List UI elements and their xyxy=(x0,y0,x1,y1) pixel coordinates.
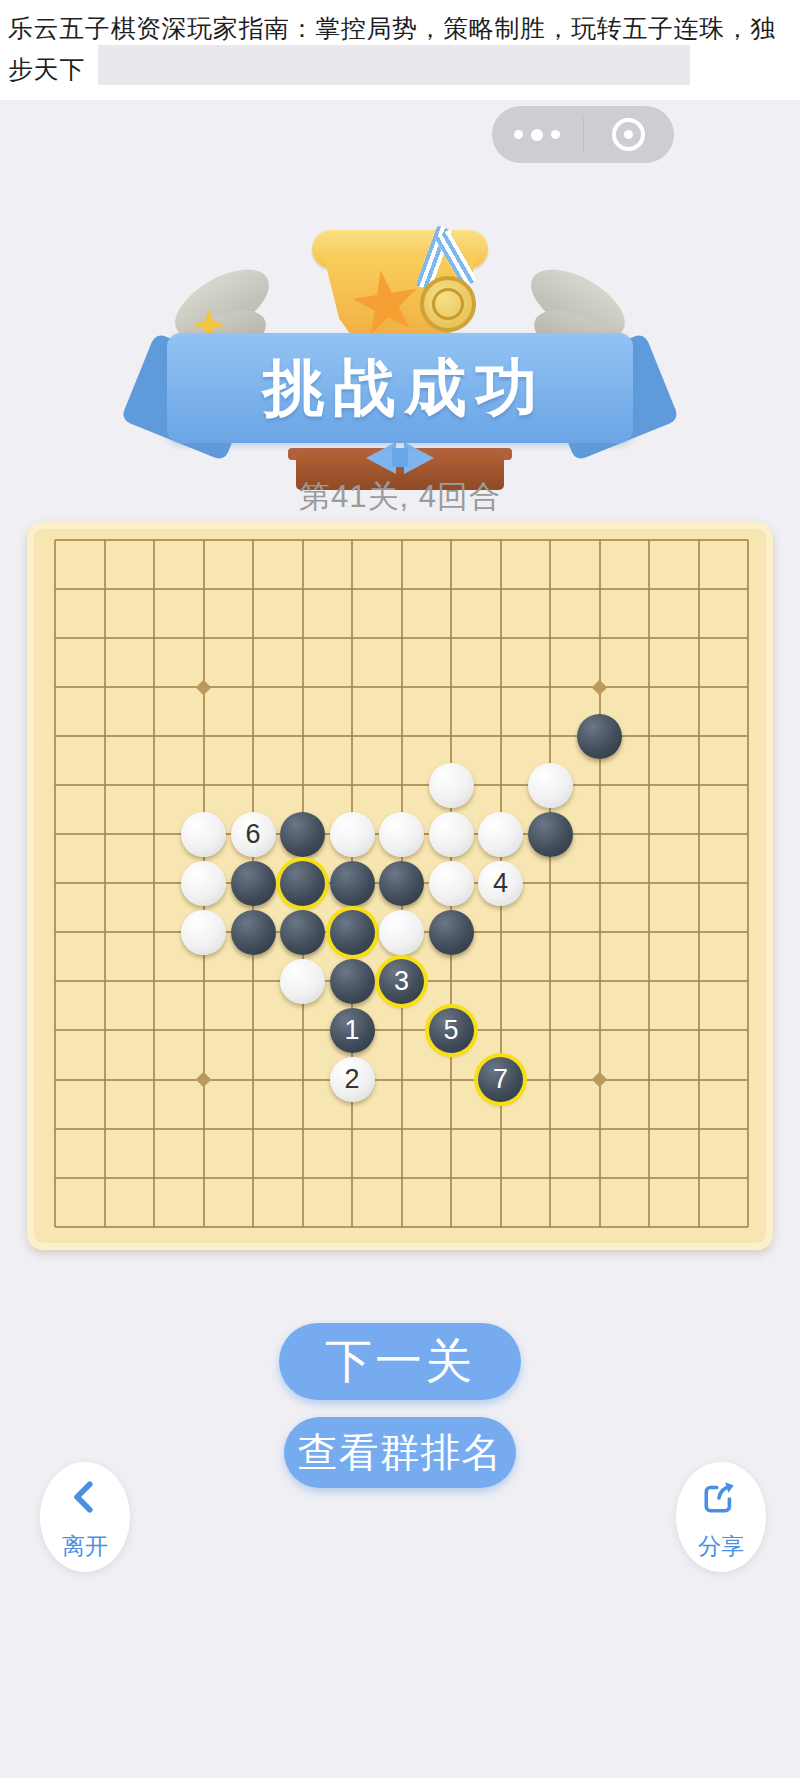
board-point-8-6[interactable] xyxy=(426,810,476,859)
board-point-12-1[interactable] xyxy=(624,565,674,614)
white-stone-move-2: 2 xyxy=(330,1057,375,1102)
board-point-3-3[interactable] xyxy=(179,663,229,712)
board-point-2-4[interactable] xyxy=(129,712,179,761)
black-stone xyxy=(528,812,573,857)
board-point-0-12[interactable] xyxy=(30,1104,80,1153)
board-point-6-8[interactable] xyxy=(327,908,377,957)
board-point-9-4[interactable] xyxy=(476,712,526,761)
star-point xyxy=(592,1072,608,1088)
board-point-14-3[interactable] xyxy=(723,663,773,712)
board-point-7-4[interactable] xyxy=(377,712,427,761)
black-stone xyxy=(330,861,375,906)
board-point-11-2[interactable] xyxy=(575,614,625,663)
board-point-1-5[interactable] xyxy=(80,761,130,810)
board-point-7-1[interactable] xyxy=(377,565,427,614)
star-point xyxy=(196,679,212,695)
board-point-5-13[interactable] xyxy=(278,1153,328,1202)
board-point-7-8[interactable] xyxy=(377,908,427,957)
board-point-0-8[interactable] xyxy=(30,908,80,957)
board-point-4-2[interactable] xyxy=(228,614,278,663)
board-point-1-11[interactable] xyxy=(80,1055,130,1104)
board-point-8-14[interactable] xyxy=(426,1202,476,1251)
board-point-8-0[interactable] xyxy=(426,516,476,565)
board-point-6-4[interactable] xyxy=(327,712,377,761)
board-point-14-7[interactable] xyxy=(723,859,773,908)
board-point-7-12[interactable] xyxy=(377,1104,427,1153)
board-point-6-5[interactable] xyxy=(327,761,377,810)
board-point-3-5[interactable] xyxy=(179,761,229,810)
board-point-14-6[interactable] xyxy=(723,810,773,859)
board-point-5-5[interactable] xyxy=(278,761,328,810)
gomoku-board[interactable]: 6431527 xyxy=(27,522,773,1250)
board-point-13-10[interactable] xyxy=(674,1006,724,1055)
board-point-0-11[interactable] xyxy=(30,1055,80,1104)
board-point-11-11[interactable] xyxy=(575,1055,625,1104)
board-point-3-4[interactable] xyxy=(179,712,229,761)
board-point-8-3[interactable] xyxy=(426,663,476,712)
board-point-13-3[interactable] xyxy=(674,663,724,712)
board-point-13-11[interactable] xyxy=(674,1055,724,1104)
board-point-12-4[interactable] xyxy=(624,712,674,761)
board-point-12-10[interactable] xyxy=(624,1006,674,1055)
board-point-2-2[interactable] xyxy=(129,614,179,663)
board-point-12-7[interactable] xyxy=(624,859,674,908)
board-point-0-1[interactable] xyxy=(30,565,80,614)
board-point-5-9[interactable] xyxy=(278,957,328,1006)
board-point-11-4[interactable] xyxy=(575,712,625,761)
board-point-8-12[interactable] xyxy=(426,1104,476,1153)
board-point-6-9[interactable] xyxy=(327,957,377,1006)
board-point-11-6[interactable] xyxy=(575,810,625,859)
board-point-14-4[interactable] xyxy=(723,712,773,761)
black-stone-move-1: 1 xyxy=(330,1008,375,1053)
page: 乐云五子棋资深玩家指南：掌控局势，策略制胜，玩转五子连珠，独步天下 xyxy=(0,0,800,1778)
white-stone xyxy=(181,861,226,906)
board-point-0-10[interactable] xyxy=(30,1006,80,1055)
board-point-14-9[interactable] xyxy=(723,957,773,1006)
board-point-2-8[interactable] xyxy=(129,908,179,957)
board-point-2-9[interactable] xyxy=(129,957,179,1006)
board-point-1-1[interactable] xyxy=(80,565,130,614)
board-point-4-12[interactable] xyxy=(228,1104,278,1153)
board-point-10-8[interactable] xyxy=(525,908,575,957)
board-point-13-1[interactable] xyxy=(674,565,724,614)
board-point-2-7[interactable] xyxy=(129,859,179,908)
board-point-8-5[interactable] xyxy=(426,761,476,810)
board-point-14-2[interactable] xyxy=(723,614,773,663)
board-point-5-0[interactable] xyxy=(278,516,328,565)
board-point-13-14[interactable] xyxy=(674,1202,724,1251)
board-point-4-10[interactable] xyxy=(228,1006,278,1055)
board-point-13-9[interactable] xyxy=(674,957,724,1006)
black-stone xyxy=(231,861,276,906)
board-point-6-0[interactable] xyxy=(327,516,377,565)
white-stone-move-4: 4 xyxy=(478,861,523,906)
board-point-9-3[interactable] xyxy=(476,663,526,712)
dot-icon xyxy=(531,129,543,141)
board-point-9-1[interactable] xyxy=(476,565,526,614)
board-point-4-11[interactable] xyxy=(228,1055,278,1104)
board-point-9-8[interactable] xyxy=(476,908,526,957)
board-point-11-13[interactable] xyxy=(575,1153,625,1202)
board-point-10-9[interactable] xyxy=(525,957,575,1006)
board-point-2-5[interactable] xyxy=(129,761,179,810)
board-point-5-2[interactable] xyxy=(278,614,328,663)
board-point-12-3[interactable] xyxy=(624,663,674,712)
black-stone xyxy=(429,910,474,955)
board-point-3-10[interactable] xyxy=(179,1006,229,1055)
leave-button[interactable]: 离开 xyxy=(40,1462,130,1572)
board-point-0-2[interactable] xyxy=(30,614,80,663)
board-point-9-0[interactable] xyxy=(476,516,526,565)
black-stone xyxy=(280,812,325,857)
white-stone xyxy=(429,763,474,808)
board-point-2-0[interactable] xyxy=(129,516,179,565)
black-stone xyxy=(231,910,276,955)
board-point-14-5[interactable] xyxy=(723,761,773,810)
board-point-9-12[interactable] xyxy=(476,1104,526,1153)
white-stone xyxy=(379,812,424,857)
board-point-10-14[interactable] xyxy=(525,1202,575,1251)
black-stone xyxy=(330,959,375,1004)
board-point-7-10[interactable] xyxy=(377,1006,427,1055)
medal-icon xyxy=(420,276,476,332)
chevron-left-icon xyxy=(66,1478,104,1516)
level-info: 第41关, 4回合 xyxy=(0,476,800,518)
board-point-7-2[interactable] xyxy=(377,614,427,663)
board-point-2-12[interactable] xyxy=(129,1104,179,1153)
board-point-11-0[interactable] xyxy=(575,516,625,565)
dot-icon xyxy=(514,130,523,139)
board-point-9-7[interactable]: 4 xyxy=(476,859,526,908)
board-point-6-6[interactable] xyxy=(327,810,377,859)
board-point-5-12[interactable] xyxy=(278,1104,328,1153)
board-point-6-2[interactable] xyxy=(327,614,377,663)
board-point-3-2[interactable] xyxy=(179,614,229,663)
board-point-13-13[interactable] xyxy=(674,1153,724,1202)
board-point-1-13[interactable] xyxy=(80,1153,130,1202)
board-point-5-8[interactable] xyxy=(278,908,328,957)
board-point-6-14[interactable] xyxy=(327,1202,377,1251)
board-point-5-14[interactable] xyxy=(278,1202,328,1251)
board-point-3-8[interactable] xyxy=(179,908,229,957)
board-point-12-0[interactable] xyxy=(624,516,674,565)
board-point-9-10[interactable] xyxy=(476,1006,526,1055)
board-point-1-12[interactable] xyxy=(80,1104,130,1153)
board-point-1-10[interactable] xyxy=(80,1006,130,1055)
board-point-12-9[interactable] xyxy=(624,957,674,1006)
board-point-4-7[interactable] xyxy=(228,859,278,908)
board-point-4-6[interactable]: 6 xyxy=(228,810,278,859)
board-point-8-11[interactable] xyxy=(426,1055,476,1104)
board-point-14-13[interactable] xyxy=(723,1153,773,1202)
board-point-13-8[interactable] xyxy=(674,908,724,957)
board-point-10-2[interactable] xyxy=(525,614,575,663)
board-point-3-1[interactable] xyxy=(179,565,229,614)
star-point xyxy=(592,679,608,695)
share-label: 分享 xyxy=(676,1531,766,1562)
board-point-5-11[interactable] xyxy=(278,1055,328,1104)
board-point-10-4[interactable] xyxy=(525,712,575,761)
board-point-11-14[interactable] xyxy=(575,1202,625,1251)
board-point-12-6[interactable] xyxy=(624,810,674,859)
board-point-12-14[interactable] xyxy=(624,1202,674,1251)
board-point-6-7[interactable] xyxy=(327,859,377,908)
circle-dot-icon xyxy=(612,118,645,151)
board-point-8-8[interactable] xyxy=(426,908,476,957)
board-point-12-5[interactable] xyxy=(624,761,674,810)
board-point-10-5[interactable] xyxy=(525,761,575,810)
white-stone xyxy=(181,910,226,955)
board-point-1-3[interactable] xyxy=(80,663,130,712)
board-point-0-6[interactable] xyxy=(30,810,80,859)
board-point-1-4[interactable] xyxy=(80,712,130,761)
black-stone xyxy=(577,714,622,759)
board-point-0-14[interactable] xyxy=(30,1202,80,1251)
white-stone xyxy=(429,861,474,906)
board-point-12-8[interactable] xyxy=(624,908,674,957)
board-point-8-10[interactable]: 5 xyxy=(426,1006,476,1055)
white-stone xyxy=(379,910,424,955)
close-minimize-icon[interactable] xyxy=(584,106,675,163)
board-point-3-0[interactable] xyxy=(179,516,229,565)
board-point-4-14[interactable] xyxy=(228,1202,278,1251)
board-point-3-13[interactable] xyxy=(179,1153,229,1202)
board-point-8-7[interactable] xyxy=(426,859,476,908)
board-point-10-0[interactable] xyxy=(525,516,575,565)
board-point-2-3[interactable] xyxy=(129,663,179,712)
board-point-9-11[interactable]: 7 xyxy=(476,1055,526,1104)
next-level-button[interactable]: 下一关 xyxy=(279,1323,521,1400)
board-point-1-9[interactable] xyxy=(80,957,130,1006)
board-point-6-10[interactable]: 1 xyxy=(327,1006,377,1055)
board-point-2-10[interactable] xyxy=(129,1006,179,1055)
board-point-6-11[interactable]: 2 xyxy=(327,1055,377,1104)
board-point-13-5[interactable] xyxy=(674,761,724,810)
board-point-7-7[interactable] xyxy=(377,859,427,908)
white-stone xyxy=(478,812,523,857)
board-point-9-5[interactable] xyxy=(476,761,526,810)
board-point-14-12[interactable] xyxy=(723,1104,773,1153)
board-point-2-1[interactable] xyxy=(129,565,179,614)
board-point-6-3[interactable] xyxy=(327,663,377,712)
more-options-icon[interactable] xyxy=(492,106,583,163)
board-point-0-3[interactable] xyxy=(30,663,80,712)
black-stone-move-5: 5 xyxy=(429,1008,474,1053)
white-stone xyxy=(429,812,474,857)
black-stone-move-3: 3 xyxy=(379,959,424,1004)
board-point-7-0[interactable] xyxy=(377,516,427,565)
board-point-9-2[interactable] xyxy=(476,614,526,663)
board-point-13-7[interactable] xyxy=(674,859,724,908)
board-point-1-2[interactable] xyxy=(80,614,130,663)
board-point-12-13[interactable] xyxy=(624,1153,674,1202)
board-point-10-3[interactable] xyxy=(525,663,575,712)
board-point-10-7[interactable] xyxy=(525,859,575,908)
board-point-11-10[interactable] xyxy=(575,1006,625,1055)
dot-icon xyxy=(551,130,560,139)
board-point-0-4[interactable] xyxy=(30,712,80,761)
board-point-8-4[interactable] xyxy=(426,712,476,761)
board-point-5-6[interactable] xyxy=(278,810,328,859)
board-point-4-0[interactable] xyxy=(228,516,278,565)
board-point-3-11[interactable] xyxy=(179,1055,229,1104)
board-point-1-0[interactable] xyxy=(80,516,130,565)
board-point-10-6[interactable] xyxy=(525,810,575,859)
board-point-14-0[interactable] xyxy=(723,516,773,565)
share-icon xyxy=(701,1478,741,1516)
leave-label: 离开 xyxy=(40,1531,130,1562)
board-point-5-1[interactable] xyxy=(278,565,328,614)
board-point-10-11[interactable] xyxy=(525,1055,575,1104)
board-point-5-7[interactable] xyxy=(278,859,328,908)
board-point-4-8[interactable] xyxy=(228,908,278,957)
share-button[interactable]: 分享 xyxy=(676,1462,766,1572)
black-stone xyxy=(280,861,325,906)
board-point-10-13[interactable] xyxy=(525,1153,575,1202)
board-point-5-3[interactable] xyxy=(278,663,328,712)
board-point-4-3[interactable] xyxy=(228,663,278,712)
white-stone-move-6: 6 xyxy=(231,812,276,857)
article-title: 乐云五子棋资深玩家指南：掌控局势，策略制胜，玩转五子连珠，独步天下 xyxy=(8,8,784,90)
board-grid: 6431527 xyxy=(30,516,773,1252)
board-point-11-3[interactable] xyxy=(575,663,625,712)
board-point-12-11[interactable] xyxy=(624,1055,674,1104)
board-point-1-8[interactable] xyxy=(80,908,130,957)
board-point-4-1[interactable] xyxy=(228,565,278,614)
black-stone xyxy=(379,861,424,906)
board-point-0-5[interactable] xyxy=(30,761,80,810)
board-point-1-6[interactable] xyxy=(80,810,130,859)
board-point-7-9[interactable]: 3 xyxy=(377,957,427,1006)
board-point-0-13[interactable] xyxy=(30,1153,80,1202)
board-point-11-12[interactable] xyxy=(575,1104,625,1153)
board-point-8-9[interactable] xyxy=(426,957,476,1006)
board-point-11-7[interactable] xyxy=(575,859,625,908)
board-point-13-2[interactable] xyxy=(674,614,724,663)
board-point-3-6[interactable] xyxy=(179,810,229,859)
black-stone xyxy=(330,910,375,955)
board-point-3-9[interactable] xyxy=(179,957,229,1006)
white-stone xyxy=(181,812,226,857)
board-point-13-12[interactable] xyxy=(674,1104,724,1153)
board-point-9-9[interactable] xyxy=(476,957,526,1006)
board-point-4-5[interactable] xyxy=(228,761,278,810)
board-point-5-4[interactable] xyxy=(278,712,328,761)
white-stone xyxy=(528,763,573,808)
board-point-12-12[interactable] xyxy=(624,1104,674,1153)
board-point-9-14[interactable] xyxy=(476,1202,526,1251)
board-point-14-8[interactable] xyxy=(723,908,773,957)
board-point-5-10[interactable] xyxy=(278,1006,328,1055)
board-point-4-9[interactable] xyxy=(228,957,278,1006)
board-point-3-12[interactable] xyxy=(179,1104,229,1153)
board-point-10-1[interactable] xyxy=(525,565,575,614)
board-point-7-13[interactable] xyxy=(377,1153,427,1202)
board-point-1-7[interactable] xyxy=(80,859,130,908)
board-point-7-6[interactable] xyxy=(377,810,427,859)
board-point-9-13[interactable] xyxy=(476,1153,526,1202)
left-wing-icon xyxy=(170,278,320,398)
board-point-2-14[interactable] xyxy=(129,1202,179,1251)
board-point-2-13[interactable] xyxy=(129,1153,179,1202)
board-point-14-10[interactable] xyxy=(723,1006,773,1055)
board-point-3-14[interactable] xyxy=(179,1202,229,1251)
board-point-6-12[interactable] xyxy=(327,1104,377,1153)
board-point-11-8[interactable] xyxy=(575,908,625,957)
board-point-3-7[interactable] xyxy=(179,859,229,908)
board-point-12-2[interactable] xyxy=(624,614,674,663)
board-point-8-1[interactable] xyxy=(426,565,476,614)
board-point-9-6[interactable] xyxy=(476,810,526,859)
board-point-7-5[interactable] xyxy=(377,761,427,810)
board-point-1-14[interactable] xyxy=(80,1202,130,1251)
board-point-6-1[interactable] xyxy=(327,565,377,614)
trophy-illustration xyxy=(0,200,800,500)
right-wing-icon xyxy=(480,278,630,398)
white-stone xyxy=(330,812,375,857)
board-point-6-13[interactable] xyxy=(327,1153,377,1202)
board-point-0-7[interactable] xyxy=(30,859,80,908)
star-point xyxy=(196,1072,212,1088)
board-point-2-11[interactable] xyxy=(129,1055,179,1104)
board-point-14-1[interactable] xyxy=(723,565,773,614)
board-point-2-6[interactable] xyxy=(129,810,179,859)
board-point-8-2[interactable] xyxy=(426,614,476,663)
board-point-7-11[interactable] xyxy=(377,1055,427,1104)
board-point-13-6[interactable] xyxy=(674,810,724,859)
board-point-11-1[interactable] xyxy=(575,565,625,614)
board-point-14-14[interactable] xyxy=(723,1202,773,1251)
board-point-13-4[interactable] xyxy=(674,712,724,761)
board-point-10-10[interactable] xyxy=(525,1006,575,1055)
board-point-0-0[interactable] xyxy=(30,516,80,565)
board-point-4-13[interactable] xyxy=(228,1153,278,1202)
article-title-area: 乐云五子棋资深玩家指南：掌控局势，策略制胜，玩转五子连珠，独步天下 xyxy=(0,0,800,100)
board-point-0-9[interactable] xyxy=(30,957,80,1006)
board-point-10-12[interactable] xyxy=(525,1104,575,1153)
board-point-11-5[interactable] xyxy=(575,761,625,810)
board-point-7-3[interactable] xyxy=(377,663,427,712)
white-stone xyxy=(280,959,325,1004)
board-point-7-14[interactable] xyxy=(377,1202,427,1251)
group-ranking-button[interactable]: 查看群排名 xyxy=(284,1417,516,1488)
board-point-14-11[interactable] xyxy=(723,1055,773,1104)
board-point-4-4[interactable] xyxy=(228,712,278,761)
black-stone xyxy=(280,910,325,955)
board-point-11-9[interactable] xyxy=(575,957,625,1006)
miniprogram-capsule xyxy=(492,106,674,163)
black-stone-move-7: 7 xyxy=(478,1057,523,1102)
board-point-13-0[interactable] xyxy=(674,516,724,565)
board-point-8-13[interactable] xyxy=(426,1153,476,1202)
